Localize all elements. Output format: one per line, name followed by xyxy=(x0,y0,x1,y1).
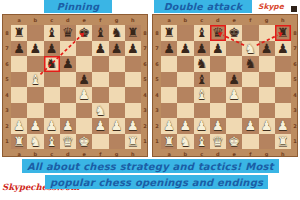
square-c7: ♟ xyxy=(194,41,210,57)
square-a4 xyxy=(161,87,177,103)
white-rook: ♜ xyxy=(163,134,175,147)
white-pawn: ♟ xyxy=(13,119,25,132)
square-a5 xyxy=(161,72,177,88)
square-h3 xyxy=(125,103,141,119)
white-pawn: ♟ xyxy=(196,119,208,132)
white-pawn: ♟ xyxy=(277,119,289,132)
square-d1: ♛ xyxy=(60,134,76,150)
white-pawn: ♟ xyxy=(46,119,58,132)
square-a6 xyxy=(11,56,27,72)
white-rook: ♜ xyxy=(127,134,139,147)
square-b4 xyxy=(177,87,193,103)
square-f8 xyxy=(242,25,258,41)
square-g7: ♟ xyxy=(109,41,125,57)
square-b5 xyxy=(177,72,193,88)
square-c8: ♝ xyxy=(44,25,60,41)
square-f7: ♞ xyxy=(242,41,258,57)
square-a8: ♜ xyxy=(161,25,177,41)
square-a1: ♜ xyxy=(11,134,27,150)
square-d4 xyxy=(60,87,76,103)
square-g3 xyxy=(259,103,275,119)
white-knight: ♞ xyxy=(30,134,42,147)
square-b1: ♞ xyxy=(177,134,193,150)
square-c8: ♝ xyxy=(194,25,210,41)
square-a2: ♟ xyxy=(161,118,177,134)
black-knight: ♞ xyxy=(46,57,58,70)
chessboard-pinning: abcdefghabcdefgh8765432187654321♜♝♛♚♝♞♜♟… xyxy=(2,14,148,157)
black-pawn: ♟ xyxy=(30,41,42,54)
square-f7: ♟ xyxy=(92,41,108,57)
square-e3 xyxy=(226,103,242,119)
right-board-title: Double attack xyxy=(154,0,252,13)
black-rook: ♜ xyxy=(127,26,139,39)
square-a3 xyxy=(161,103,177,119)
square-e6 xyxy=(76,56,92,72)
white-king: ♚ xyxy=(78,134,90,147)
square-g1 xyxy=(109,134,125,150)
square-d5 xyxy=(60,72,76,88)
square-d8: ♛ xyxy=(210,25,226,41)
white-pawn: ♟ xyxy=(62,119,74,132)
square-a6 xyxy=(161,56,177,72)
square-b3 xyxy=(27,103,43,119)
square-e5: ♟ xyxy=(76,72,92,88)
square-g7: ♟ xyxy=(259,41,275,57)
square-a3 xyxy=(11,103,27,119)
square-b2: ♟ xyxy=(27,118,43,134)
square-d6: ♟ xyxy=(60,56,76,72)
rank-left-labels: 87654321 xyxy=(4,25,10,149)
chessboard-double-attack: abcdefghabcdefgh8765432187654321♜♝♛♚♜♟♟♟… xyxy=(152,14,298,157)
square-h8: ♜ xyxy=(125,25,141,41)
square-h7: ♟ xyxy=(125,41,141,57)
square-g4 xyxy=(259,87,275,103)
square-f3 xyxy=(242,103,258,119)
white-bishop: ♝ xyxy=(196,134,208,147)
black-pawn: ♟ xyxy=(95,41,107,54)
square-b6 xyxy=(177,56,193,72)
white-rook: ♜ xyxy=(13,134,25,147)
square-d7: ♟ xyxy=(210,41,226,57)
file-top-labels: abcdefgh xyxy=(11,16,141,24)
square-e5: ♟ xyxy=(226,72,242,88)
square-e1: ♚ xyxy=(76,134,92,150)
square-a1: ♜ xyxy=(161,134,177,150)
square-a5 xyxy=(11,72,27,88)
square-c3 xyxy=(44,103,60,119)
square-h8: ♜ xyxy=(275,25,291,41)
square-e8: ♚ xyxy=(226,25,242,41)
white-rook: ♜ xyxy=(277,134,289,147)
square-d8: ♛ xyxy=(60,25,76,41)
square-e4: ♟ xyxy=(76,87,92,103)
black-pawn: ♟ xyxy=(78,72,90,85)
black-rook: ♜ xyxy=(163,26,175,39)
white-pawn: ♟ xyxy=(180,119,192,132)
black-pawn: ♟ xyxy=(228,72,240,85)
square-g5 xyxy=(109,72,125,88)
square-f1 xyxy=(242,134,258,150)
square-c3 xyxy=(194,103,210,119)
caption-line-2: popular chess openings and endings xyxy=(45,175,268,189)
square-c5: ♝ xyxy=(194,72,210,88)
black-pawn: ♟ xyxy=(212,41,224,54)
black-bishop: ♝ xyxy=(46,26,58,39)
square-d3 xyxy=(60,103,76,119)
square-d5 xyxy=(210,72,226,88)
white-knight: ♞ xyxy=(95,103,107,116)
square-e2 xyxy=(76,118,92,134)
square-c1: ♝ xyxy=(194,134,210,150)
white-pawn: ♟ xyxy=(111,119,123,132)
square-h6 xyxy=(275,56,291,72)
square-f5 xyxy=(92,72,108,88)
white-queen: ♛ xyxy=(62,134,74,147)
square-e4: ♟ xyxy=(226,87,242,103)
square-g6 xyxy=(109,56,125,72)
white-pawn: ♟ xyxy=(95,119,107,132)
black-bishop: ♝ xyxy=(196,72,208,85)
square-h4 xyxy=(125,87,141,103)
white-pawn: ♟ xyxy=(30,119,42,132)
square-h1: ♜ xyxy=(125,134,141,150)
square-c4: ♝ xyxy=(194,87,210,103)
square-d7 xyxy=(60,41,76,57)
square-c1: ♝ xyxy=(44,134,60,150)
white-bishop: ♝ xyxy=(30,72,42,85)
square-g1 xyxy=(259,134,275,150)
white-queen: ♛ xyxy=(212,134,224,147)
square-f2: ♟ xyxy=(92,118,108,134)
square-e3 xyxy=(76,103,92,119)
square-d3 xyxy=(210,103,226,119)
square-g4 xyxy=(109,87,125,103)
black-pawn: ♟ xyxy=(180,41,192,54)
square-h6 xyxy=(125,56,141,72)
square-c6: ♞ xyxy=(44,56,60,72)
squares-grid: ♜♝♛♚♝♞♜♟♟♟♟♟♟♞♟♝♟♟♞♟♟♟♟♟♟♟♜♞♝♛♚♜ xyxy=(11,25,141,149)
square-g8 xyxy=(259,25,275,41)
file-bottom-labels: abcdefgh xyxy=(11,150,141,157)
white-pawn: ♟ xyxy=(228,88,240,101)
corner-mark xyxy=(291,6,297,12)
square-e7 xyxy=(76,41,92,57)
white-bishop: ♝ xyxy=(46,134,58,147)
square-b3 xyxy=(177,103,193,119)
rank-right-labels: 87654321 xyxy=(142,25,148,149)
square-c6: ♞ xyxy=(194,56,210,72)
square-b8 xyxy=(177,25,193,41)
square-g8: ♞ xyxy=(109,25,125,41)
square-h3 xyxy=(275,103,291,119)
square-h2: ♟ xyxy=(125,118,141,134)
square-g2: ♟ xyxy=(259,118,275,134)
white-pawn: ♟ xyxy=(163,119,175,132)
square-d1: ♛ xyxy=(210,134,226,150)
black-pawn: ♟ xyxy=(111,41,123,54)
square-b8 xyxy=(27,25,43,41)
black-knight: ♞ xyxy=(245,57,257,70)
square-b7: ♟ xyxy=(177,41,193,57)
square-g2: ♟ xyxy=(109,118,125,134)
square-b1: ♞ xyxy=(27,134,43,150)
square-e2 xyxy=(226,118,242,134)
square-f6: ♞ xyxy=(242,56,258,72)
square-f2: ♟ xyxy=(242,118,258,134)
square-e8: ♚ xyxy=(76,25,92,41)
poster: Pinning Double attack Skype abcdefghabcd… xyxy=(0,0,300,200)
black-queen: ♛ xyxy=(62,26,74,39)
black-queen: ♛ xyxy=(212,26,224,39)
black-rook: ♜ xyxy=(13,26,25,39)
black-bishop: ♝ xyxy=(95,26,107,39)
square-g6 xyxy=(259,56,275,72)
white-knight: ♞ xyxy=(245,41,257,54)
square-d6 xyxy=(210,56,226,72)
square-a7: ♟ xyxy=(161,41,177,57)
black-pawn: ♟ xyxy=(13,41,25,54)
square-a2: ♟ xyxy=(11,118,27,134)
black-pawn: ♟ xyxy=(46,41,58,54)
white-pawn: ♟ xyxy=(212,119,224,132)
square-c4 xyxy=(44,87,60,103)
square-g3 xyxy=(109,103,125,119)
black-knight: ♞ xyxy=(111,26,123,39)
white-pawn: ♟ xyxy=(127,119,139,132)
square-b5: ♝ xyxy=(27,72,43,88)
square-d2: ♟ xyxy=(210,118,226,134)
black-bishop: ♝ xyxy=(196,26,208,39)
square-h7: ♟ xyxy=(275,41,291,57)
white-knight: ♞ xyxy=(180,134,192,147)
square-f4 xyxy=(242,87,258,103)
black-pawn: ♟ xyxy=(277,41,289,54)
black-pawn: ♟ xyxy=(127,41,139,54)
caption-line-1: All about chess strategy and tactics! Mo… xyxy=(22,159,279,173)
square-e1: ♚ xyxy=(226,134,242,150)
black-king: ♚ xyxy=(78,26,90,39)
left-board-title: Pinning xyxy=(44,0,112,13)
square-h4 xyxy=(275,87,291,103)
square-f4 xyxy=(92,87,108,103)
square-a8: ♜ xyxy=(11,25,27,41)
black-king: ♚ xyxy=(228,26,240,39)
square-f1 xyxy=(92,134,108,150)
square-c2: ♟ xyxy=(194,118,210,134)
white-bishop: ♝ xyxy=(196,88,208,101)
square-f5 xyxy=(242,72,258,88)
skype-label: Skype xyxy=(258,2,284,11)
square-f8: ♝ xyxy=(92,25,108,41)
square-h5 xyxy=(125,72,141,88)
square-a4 xyxy=(11,87,27,103)
square-c5 xyxy=(44,72,60,88)
file-bottom-labels: abcdefgh xyxy=(161,150,291,157)
white-pawn: ♟ xyxy=(245,119,257,132)
squares-grid: ♜♝♛♚♜♟♟♟♟♞♟♟♞♞♝♟♝♟♟♟♟♟♟♟♟♜♞♝♛♚♜ xyxy=(161,25,291,149)
white-pawn: ♟ xyxy=(78,88,90,101)
square-d2: ♟ xyxy=(60,118,76,134)
black-rook: ♜ xyxy=(277,26,289,39)
square-c7: ♟ xyxy=(44,41,60,57)
square-b4 xyxy=(27,87,43,103)
square-f3: ♞ xyxy=(92,103,108,119)
black-pawn: ♟ xyxy=(62,57,74,70)
square-b6 xyxy=(27,56,43,72)
square-e7 xyxy=(226,41,242,57)
square-e6 xyxy=(226,56,242,72)
square-d4 xyxy=(210,87,226,103)
file-top-labels: abcdefgh xyxy=(161,16,291,24)
white-king: ♚ xyxy=(228,134,240,147)
square-b2: ♟ xyxy=(177,118,193,134)
square-b7: ♟ xyxy=(27,41,43,57)
rank-right-labels: 87654321 xyxy=(292,25,298,149)
square-c2: ♟ xyxy=(44,118,60,134)
black-pawn: ♟ xyxy=(196,41,208,54)
square-a7: ♟ xyxy=(11,41,27,57)
square-g5 xyxy=(259,72,275,88)
black-pawn: ♟ xyxy=(261,41,273,54)
white-pawn: ♟ xyxy=(261,119,273,132)
square-f6 xyxy=(92,56,108,72)
rank-left-labels: 87654321 xyxy=(154,25,160,149)
black-knight: ♞ xyxy=(196,57,208,70)
square-h1: ♜ xyxy=(275,134,291,150)
square-h2: ♟ xyxy=(275,118,291,134)
black-pawn: ♟ xyxy=(163,41,175,54)
square-h5 xyxy=(275,72,291,88)
